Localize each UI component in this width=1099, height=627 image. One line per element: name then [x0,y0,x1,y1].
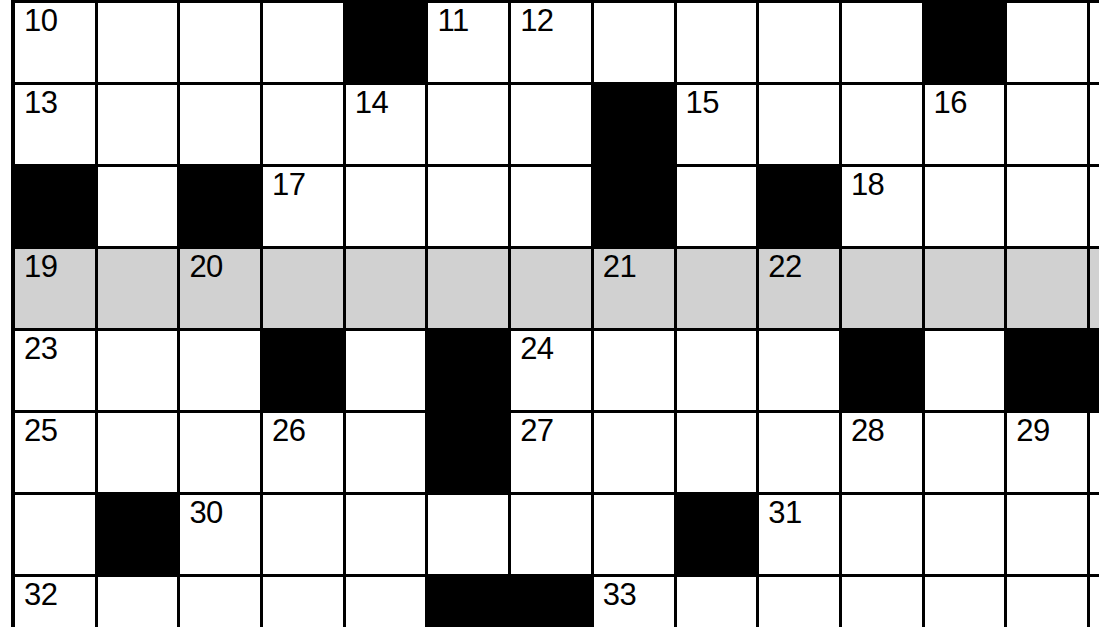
cell-r7c11[interactable] [842,495,925,577]
clue-number-21: 21 [603,251,636,284]
cell-r2c12[interactable]: 16 [925,85,1008,167]
clue-number-32: 32 [24,579,57,612]
cell-r2c2[interactable] [98,85,181,167]
blocked-cell-r5c4 [263,331,346,413]
cell-r8c3[interactable] [180,577,263,627]
clue-number-12: 12 [520,5,553,38]
cell-r7c12[interactable] [925,495,1008,577]
highlighted-cell-r4c10[interactable]: 22 [759,249,842,331]
cell-r7c8[interactable] [594,495,677,577]
clue-number-29: 29 [1016,415,1049,448]
cell-r2c7[interactable] [511,85,594,167]
cell-r3c12[interactable] [925,167,1008,249]
cell-r2c13[interactable] [1007,85,1090,167]
blocked-cell-r3c1 [15,167,98,249]
clue-number-33: 33 [603,579,636,612]
highlighted-cell-r4c13[interactable] [1007,249,1090,331]
cell-r3c11[interactable]: 18 [842,167,925,249]
cell-r8c13[interactable] [1007,577,1090,627]
cell-r6c13[interactable]: 29 [1007,413,1090,495]
cell-r8c11[interactable] [842,577,925,627]
cell-r8c12[interactable] [925,577,1008,627]
cell-r5c9[interactable] [677,331,760,413]
cell-r1c2[interactable] [98,3,181,85]
clue-number-10: 10 [24,5,57,38]
blocked-cell-r8c6 [428,577,511,627]
cell-r2c11[interactable] [842,85,925,167]
cell-r8c14[interactable] [1090,577,1099,627]
cell-r8c8[interactable]: 33 [594,577,677,627]
cell-r8c2[interactable] [98,577,181,627]
clue-number-15: 15 [686,87,719,120]
cell-r3c14[interactable] [1090,167,1099,249]
cell-r7c7[interactable] [511,495,594,577]
clue-number-18: 18 [851,169,884,202]
cell-r8c5[interactable] [346,577,429,627]
cell-r1c14[interactable] [1090,3,1099,85]
cell-r2c9[interactable]: 15 [677,85,760,167]
clue-number-31: 31 [768,497,801,530]
cell-r3c5[interactable] [346,167,429,249]
highlighted-cell-r4c9[interactable] [677,249,760,331]
clue-number-14: 14 [355,87,388,120]
cell-r3c4[interactable]: 17 [263,167,346,249]
cell-r3c6[interactable] [428,167,511,249]
cell-r3c13[interactable] [1007,167,1090,249]
cell-r1c1[interactable]: 10 [15,3,98,85]
cell-r5c2[interactable] [98,331,181,413]
cell-r1c6[interactable]: 11 [428,3,511,85]
crossword-grid: 1011121314151617181920212223242526272829… [11,0,1099,627]
cell-r6c12[interactable] [925,413,1008,495]
blocked-cell-r6c6 [428,413,511,495]
cell-r2c4[interactable] [263,85,346,167]
cell-r6c14[interactable] [1090,413,1099,495]
cell-r5c12[interactable] [925,331,1008,413]
clue-number-26: 26 [272,415,305,448]
cell-r1c13[interactable] [1007,3,1090,85]
highlighted-cell-r4c2[interactable] [98,249,181,331]
highlighted-cell-r4c14[interactable] [1090,249,1099,331]
highlighted-cell-r4c1[interactable]: 19 [15,249,98,331]
blocked-cell-r5c13 [1007,331,1090,413]
cell-r7c3[interactable]: 30 [180,495,263,577]
cell-r6c1[interactable]: 25 [15,413,98,495]
clue-number-19: 19 [24,251,57,284]
cell-r1c7[interactable]: 12 [511,3,594,85]
cell-r6c11[interactable]: 28 [842,413,925,495]
cell-r6c7[interactable]: 27 [511,413,594,495]
clue-number-20: 20 [189,251,222,284]
clue-number-16: 16 [934,87,967,120]
cell-r1c4[interactable] [263,3,346,85]
cell-r7c5[interactable] [346,495,429,577]
blocked-cell-r5c6 [428,331,511,413]
highlighted-cell-r4c8[interactable]: 21 [594,249,677,331]
clue-number-13: 13 [24,87,57,120]
clue-number-30: 30 [189,497,222,530]
cell-r1c8[interactable] [594,3,677,85]
blocked-cell-r2c8 [594,85,677,167]
cell-r6c3[interactable] [180,413,263,495]
cell-r5c7[interactable]: 24 [511,331,594,413]
cell-r7c1[interactable] [15,495,98,577]
blocked-cell-r5c14 [1090,331,1099,413]
clue-number-25: 25 [24,415,57,448]
blocked-cell-r7c9 [677,495,760,577]
cell-r7c13[interactable] [1007,495,1090,577]
cell-r8c10[interactable] [759,577,842,627]
cell-r3c9[interactable] [677,167,760,249]
clue-number-22: 22 [768,251,801,284]
cell-r7c4[interactable] [263,495,346,577]
cell-r8c1[interactable]: 32 [15,577,98,627]
cell-r2c14[interactable] [1090,85,1099,167]
cell-r1c10[interactable] [759,3,842,85]
clue-number-24: 24 [520,333,553,366]
cell-r5c5[interactable] [346,331,429,413]
highlighted-cell-r4c11[interactable] [842,249,925,331]
cell-r3c7[interactable] [511,167,594,249]
blocked-cell-r7c2 [98,495,181,577]
crossword-viewport: 1011121314151617181920212223242526272829… [0,0,1099,627]
cell-r5c8[interactable] [594,331,677,413]
highlighted-cell-r4c7[interactable] [511,249,594,331]
clue-number-27: 27 [520,415,553,448]
blocked-cell-r1c5 [346,3,429,85]
cell-r2c5[interactable]: 14 [346,85,429,167]
highlighted-cell-r4c12[interactable] [925,249,1008,331]
blocked-cell-r1c12 [925,3,1008,85]
highlighted-cell-r4c3[interactable]: 20 [180,249,263,331]
cell-r6c8[interactable] [594,413,677,495]
cell-r6c5[interactable] [346,413,429,495]
cell-r3c2[interactable] [98,167,181,249]
blocked-cell-r3c3 [180,167,263,249]
cell-r7c14[interactable] [1090,495,1099,577]
cell-r5c10[interactable] [759,331,842,413]
clue-number-11: 11 [437,5,468,38]
clue-number-23: 23 [24,333,57,366]
clue-number-17: 17 [272,169,305,202]
cell-r2c10[interactable] [759,85,842,167]
cell-r1c11[interactable] [842,3,925,85]
clue-number-28: 28 [851,415,884,448]
cell-r6c4[interactable]: 26 [263,413,346,495]
cell-r6c2[interactable] [98,413,181,495]
cell-r2c1[interactable]: 13 [15,85,98,167]
cell-r2c6[interactable] [428,85,511,167]
cell-r5c3[interactable] [180,331,263,413]
blocked-cell-r3c8 [594,167,677,249]
cell-r8c9[interactable] [677,577,760,627]
cell-r8c4[interactable] [263,577,346,627]
cell-r7c6[interactable] [428,495,511,577]
highlighted-cell-r4c4[interactable] [263,249,346,331]
highlighted-cell-r4c5[interactable] [346,249,429,331]
blocked-cell-r5c11 [842,331,925,413]
cell-r6c10[interactable] [759,413,842,495]
highlighted-cell-r4c6[interactable] [428,249,511,331]
cell-r5c1[interactable]: 23 [15,331,98,413]
cell-r7c10[interactable]: 31 [759,495,842,577]
blocked-cell-r8c7 [511,577,594,627]
cell-r1c3[interactable] [180,3,263,85]
cell-r1c9[interactable] [677,3,760,85]
cell-r2c3[interactable] [180,85,263,167]
cell-r6c9[interactable] [677,413,760,495]
blocked-cell-r3c10 [759,167,842,249]
